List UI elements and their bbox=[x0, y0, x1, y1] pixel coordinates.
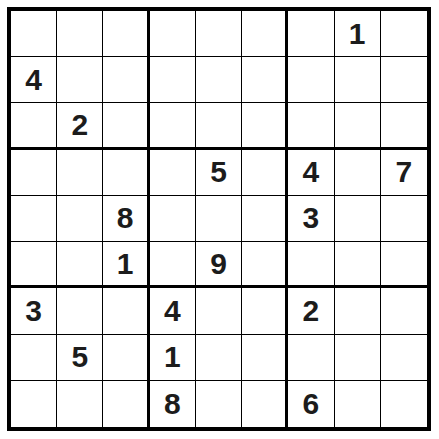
cell-r1c7[interactable] bbox=[288, 11, 334, 57]
given-digit: 8 bbox=[117, 203, 134, 233]
given-digit: 7 bbox=[396, 157, 413, 187]
cell-r3c8[interactable] bbox=[335, 103, 381, 149]
cell-r8c8[interactable] bbox=[335, 335, 381, 381]
cell-r8c2[interactable]: 5 bbox=[57, 335, 103, 381]
cell-r9c2[interactable] bbox=[57, 381, 103, 427]
cell-r6c4[interactable] bbox=[150, 242, 196, 288]
cell-r1c3[interactable] bbox=[103, 11, 149, 57]
cell-r8c3[interactable] bbox=[103, 335, 149, 381]
cell-r3c1[interactable] bbox=[11, 103, 57, 149]
cell-r5c2[interactable] bbox=[57, 196, 103, 242]
cell-r7c6[interactable] bbox=[242, 288, 288, 334]
cell-r1c2[interactable] bbox=[57, 11, 103, 57]
cell-r8c5[interactable] bbox=[196, 335, 242, 381]
cell-r3c9[interactable] bbox=[381, 103, 427, 149]
given-digit: 4 bbox=[303, 157, 320, 187]
cell-r7c2[interactable] bbox=[57, 288, 103, 334]
cell-r8c1[interactable] bbox=[11, 335, 57, 381]
cell-r3c4[interactable] bbox=[150, 103, 196, 149]
cell-r3c6[interactable] bbox=[242, 103, 288, 149]
cell-r5c4[interactable] bbox=[150, 196, 196, 242]
given-digit: 2 bbox=[71, 110, 88, 140]
cell-r2c4[interactable] bbox=[150, 57, 196, 103]
cell-r9c1[interactable] bbox=[11, 381, 57, 427]
cell-r2c7[interactable] bbox=[288, 57, 334, 103]
cell-r9c6[interactable] bbox=[242, 381, 288, 427]
cell-r2c8[interactable] bbox=[335, 57, 381, 103]
given-digit: 2 bbox=[303, 296, 320, 326]
cell-r7c5[interactable] bbox=[196, 288, 242, 334]
cell-r4c2[interactable] bbox=[57, 150, 103, 196]
cell-r9c3[interactable] bbox=[103, 381, 149, 427]
cell-r4c3[interactable] bbox=[103, 150, 149, 196]
cell-r4c1[interactable] bbox=[11, 150, 57, 196]
cell-r1c5[interactable] bbox=[196, 11, 242, 57]
cell-r4c6[interactable] bbox=[242, 150, 288, 196]
cell-r6c1[interactable] bbox=[11, 242, 57, 288]
cell-r6c5[interactable]: 9 bbox=[196, 242, 242, 288]
cell-r2c3[interactable] bbox=[103, 57, 149, 103]
cell-r3c7[interactable] bbox=[288, 103, 334, 149]
sudoku-board: 14254783193425186 bbox=[7, 7, 431, 431]
cell-r5c1[interactable] bbox=[11, 196, 57, 242]
given-digit: 1 bbox=[349, 19, 366, 49]
cell-r8c7[interactable] bbox=[288, 335, 334, 381]
given-digit: 9 bbox=[210, 249, 227, 279]
cell-r9c9[interactable] bbox=[381, 381, 427, 427]
cell-r2c1[interactable]: 4 bbox=[11, 57, 57, 103]
cell-r2c5[interactable] bbox=[196, 57, 242, 103]
cell-r6c7[interactable] bbox=[288, 242, 334, 288]
given-digit: 6 bbox=[303, 389, 320, 419]
cell-r3c3[interactable] bbox=[103, 103, 149, 149]
cell-r4c5[interactable]: 5 bbox=[196, 150, 242, 196]
cell-r5c5[interactable] bbox=[196, 196, 242, 242]
cell-r1c9[interactable] bbox=[381, 11, 427, 57]
cell-r5c3[interactable]: 8 bbox=[103, 196, 149, 242]
cell-r3c5[interactable] bbox=[196, 103, 242, 149]
cell-r7c1[interactable]: 3 bbox=[11, 288, 57, 334]
cell-r9c8[interactable] bbox=[335, 381, 381, 427]
cell-r6c2[interactable] bbox=[57, 242, 103, 288]
cell-r1c4[interactable] bbox=[150, 11, 196, 57]
cell-r5c6[interactable] bbox=[242, 196, 288, 242]
cell-r3c2[interactable]: 2 bbox=[57, 103, 103, 149]
given-digit: 1 bbox=[117, 249, 134, 279]
cell-r5c9[interactable] bbox=[381, 196, 427, 242]
cell-r9c4[interactable]: 8 bbox=[150, 381, 196, 427]
cell-r7c9[interactable] bbox=[381, 288, 427, 334]
cell-r7c8[interactable] bbox=[335, 288, 381, 334]
cell-r5c8[interactable] bbox=[335, 196, 381, 242]
cell-r1c8[interactable]: 1 bbox=[335, 11, 381, 57]
cell-r2c6[interactable] bbox=[242, 57, 288, 103]
cell-r4c8[interactable] bbox=[335, 150, 381, 196]
cell-r6c8[interactable] bbox=[335, 242, 381, 288]
cell-r4c7[interactable]: 4 bbox=[288, 150, 334, 196]
cell-r8c9[interactable] bbox=[381, 335, 427, 381]
cell-r8c4[interactable]: 1 bbox=[150, 335, 196, 381]
cell-r1c6[interactable] bbox=[242, 11, 288, 57]
given-digit: 5 bbox=[210, 157, 227, 187]
cell-r4c9[interactable]: 7 bbox=[381, 150, 427, 196]
cell-r1c1[interactable] bbox=[11, 11, 57, 57]
cell-r2c9[interactable] bbox=[381, 57, 427, 103]
given-digit: 3 bbox=[25, 296, 42, 326]
given-digit: 4 bbox=[25, 65, 42, 95]
given-digit: 1 bbox=[164, 342, 181, 372]
given-digit: 8 bbox=[164, 389, 181, 419]
cell-r8c6[interactable] bbox=[242, 335, 288, 381]
cell-r6c9[interactable] bbox=[381, 242, 427, 288]
cell-r9c5[interactable] bbox=[196, 381, 242, 427]
cell-r2c2[interactable] bbox=[57, 57, 103, 103]
cell-r5c7[interactable]: 3 bbox=[288, 196, 334, 242]
cell-r7c3[interactable] bbox=[103, 288, 149, 334]
cell-r4c4[interactable] bbox=[150, 150, 196, 196]
given-digit: 4 bbox=[164, 296, 181, 326]
cell-r6c6[interactable] bbox=[242, 242, 288, 288]
cell-r7c7[interactable]: 2 bbox=[288, 288, 334, 334]
given-digit: 3 bbox=[303, 203, 320, 233]
cell-r6c3[interactable]: 1 bbox=[103, 242, 149, 288]
cell-r7c4[interactable]: 4 bbox=[150, 288, 196, 334]
given-digit: 5 bbox=[71, 342, 88, 372]
cell-r9c7[interactable]: 6 bbox=[288, 381, 334, 427]
